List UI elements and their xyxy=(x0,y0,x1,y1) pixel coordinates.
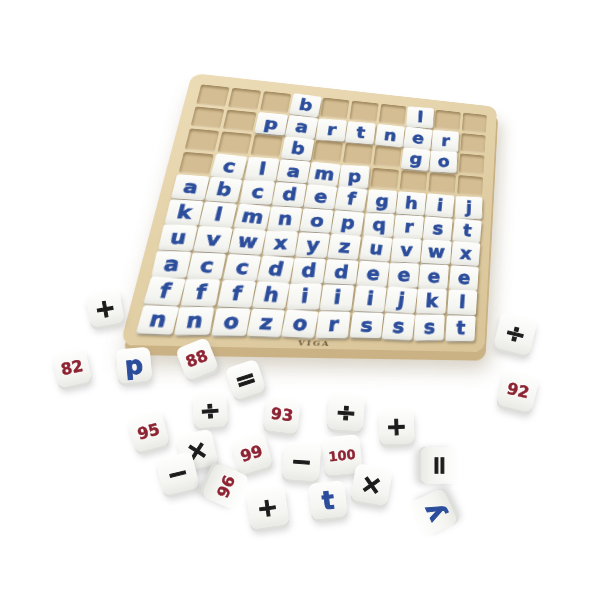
board-cell-r7c3: w xyxy=(230,229,265,253)
board-cell-r5c3: c xyxy=(240,180,274,203)
board-cell-r7c7: u xyxy=(361,237,392,260)
board-tile-p-r6c6[interactable]: p xyxy=(331,210,365,236)
board-cell-r1c5 xyxy=(320,98,350,119)
board-cell-r8c1: a xyxy=(152,251,191,276)
board-cell-r4c4: a xyxy=(278,160,310,183)
board-cell-r6c2: l xyxy=(201,202,237,226)
board-tile-t-r2c6[interactable]: t xyxy=(346,121,377,144)
board-cell-r10c9: s xyxy=(415,315,445,339)
board-tile-n-r6c4[interactable]: n xyxy=(267,206,302,231)
board-cell-r8c7: e xyxy=(357,261,388,285)
board-tile-v-r7c8[interactable]: v xyxy=(391,238,422,262)
board-tile-f-r9c2[interactable]: f xyxy=(181,279,221,306)
board-tile-c-r8c2[interactable]: c xyxy=(187,252,226,279)
board-cell-r7c9: w xyxy=(422,240,451,263)
board-tile-p-r4c6[interactable]: p xyxy=(339,164,370,187)
board-cell-r4c6: p xyxy=(340,165,370,187)
board-tile-e-r8c8[interactable]: e xyxy=(388,262,419,286)
board-cell-r8c10: e xyxy=(450,266,478,289)
board-tile-w-r7c3[interactable]: w xyxy=(228,228,266,255)
board-tile-t-r6c10[interactable]: t xyxy=(452,218,482,243)
board-cell-r10c7: s xyxy=(350,313,382,338)
board-tile-e-r2c8[interactable]: e xyxy=(403,126,433,150)
letter-board: blpartnerbgoclampabcdefghijklmnopqrstuvw… xyxy=(120,73,497,352)
board-cell-r10c5: o xyxy=(283,310,318,335)
board-tile-o-r6c5[interactable]: o xyxy=(300,208,334,233)
board-cell-r10c1: n xyxy=(138,306,178,332)
loose-tile-number-93[interactable]: 93 xyxy=(263,396,301,434)
board-grid: blpartnerbgoclampabcdefghijklmnopqrstuvw… xyxy=(138,84,487,339)
board-cell-r2c6: t xyxy=(347,121,376,143)
board-tile-p-r2c3[interactable]: p xyxy=(254,112,288,136)
board-cell-r6c4: n xyxy=(268,206,301,230)
board-cell-r8c9: e xyxy=(420,264,449,287)
board-tile-s-r6c9[interactable]: s xyxy=(423,216,453,240)
board-cell-r6c5: o xyxy=(301,209,333,232)
board-tile-h-r9c4[interactable]: h xyxy=(252,281,290,309)
board-cell-r1c7 xyxy=(379,104,407,125)
board-cell-r2c8: e xyxy=(405,127,432,148)
board-cell-r9c4: h xyxy=(253,282,288,307)
board-cell-r1c8: l xyxy=(407,107,434,128)
board-tile-s-r10c7[interactable]: s xyxy=(349,312,384,339)
board-tile-n-r2c7[interactable]: n xyxy=(375,123,405,146)
board-cell-r8c8: e xyxy=(389,263,419,286)
board-cell-r7c6: z xyxy=(329,235,361,259)
board-cell-r2c2 xyxy=(223,109,256,131)
board-cell-r10c3: o xyxy=(212,308,249,334)
board-tile-b-r1c4[interactable]: b xyxy=(289,93,322,117)
board-cell-r3c10 xyxy=(459,153,485,174)
board-tile-n-r10c2[interactable]: n xyxy=(175,306,216,333)
board-tile-d-r5c4[interactable]: d xyxy=(272,182,307,207)
board-cell-r8c6: d xyxy=(325,260,357,284)
board-cell-r5c6: f xyxy=(336,187,367,210)
board-cell-r6c10: t xyxy=(453,219,480,241)
board-cell-r3c9: o xyxy=(431,151,458,172)
loose-tile-operator-×[interactable]: × xyxy=(350,463,393,506)
board-cell-r3c3 xyxy=(250,134,283,157)
board-tile-u-r7c1[interactable]: u xyxy=(158,224,198,250)
board-tile-y-r7c5[interactable]: y xyxy=(296,232,331,257)
board-tile-i-r9c5[interactable]: i xyxy=(287,283,323,309)
board-tile-f-r9c3[interactable]: f xyxy=(217,280,256,307)
board-cell-r10c4: z xyxy=(248,309,284,334)
board-tile-u-r7c7[interactable]: u xyxy=(359,235,392,261)
board-tile-j-r5c10[interactable]: j xyxy=(455,196,483,219)
board-cell-r3c4: b xyxy=(282,137,314,159)
board-cell-r1c2 xyxy=(228,88,261,110)
board-tile-d-r8c5[interactable]: d xyxy=(291,257,326,282)
board-tile-e-r8c7[interactable]: e xyxy=(356,260,390,286)
board-tile-m-r4c5[interactable]: m xyxy=(308,161,342,186)
board-cell-r7c8: v xyxy=(392,239,422,262)
board-cell-r9c2: f xyxy=(182,279,220,305)
board-cell-r5c1: a xyxy=(172,175,208,199)
loose-tile-operator-+[interactable]: + xyxy=(378,408,414,444)
board-cell-r1c4: b xyxy=(290,94,321,116)
board-cell-r10c2: n xyxy=(176,307,215,333)
board-cell-r2c1 xyxy=(191,106,225,129)
board-tile-d-r8c6[interactable]: d xyxy=(324,259,358,285)
loose-tile-number-95[interactable]: 95 xyxy=(127,410,170,453)
board-cell-r2c7: n xyxy=(376,124,404,145)
board-tile-b-r3c4[interactable]: b xyxy=(281,136,315,160)
loose-tile-operator-−[interactable]: − xyxy=(282,442,321,481)
board-cell-r9c9: k xyxy=(417,289,447,313)
board-tile-i-r9c7[interactable]: i xyxy=(353,285,387,311)
board-cell-r9c6: i xyxy=(321,285,354,309)
board-tile-e-r8c10[interactable]: e xyxy=(449,265,479,290)
board-cell-r1c9 xyxy=(435,110,461,131)
board-cell-r5c4: d xyxy=(273,183,306,206)
board-tile-f-r9c1[interactable]: f xyxy=(143,276,186,305)
board-tile-w-r7c9[interactable]: w xyxy=(421,239,452,264)
board-tile-e-r5c5[interactable]: e xyxy=(304,184,338,209)
board-cell-r2c4: a xyxy=(286,115,317,137)
board-tile-j-r9c8[interactable]: j xyxy=(385,286,418,313)
board-tile-f-r5c6[interactable]: f xyxy=(335,186,368,211)
board-cell-r9c8: j xyxy=(386,288,417,312)
board-cell-r10c6: r xyxy=(317,311,350,336)
board-cell-r6c9: s xyxy=(424,217,452,239)
brand-logo: VIGA xyxy=(297,337,331,348)
board-cell-r3c8: g xyxy=(402,148,430,169)
loose-tile-operator-=[interactable]: = xyxy=(421,447,458,484)
board-cell-r4c1 xyxy=(179,151,215,174)
board-tile-r-r2c9[interactable]: r xyxy=(432,129,460,151)
board-cell-r4c2: c xyxy=(212,154,246,177)
board-tile-r-r2c5[interactable]: r xyxy=(316,118,347,141)
board-cell-r7c10: x xyxy=(452,242,480,265)
board-tile-s-r10c8[interactable]: s xyxy=(382,312,416,339)
board-cell-r5c7: g xyxy=(367,190,397,212)
board-tile-h-r5c8[interactable]: h xyxy=(396,191,427,215)
board-cell-r5c10: j xyxy=(455,196,482,218)
board-cell-r1c10 xyxy=(462,113,487,133)
board-tile-s-r10c9[interactable]: s xyxy=(414,314,445,339)
board-cell-r6c6: p xyxy=(333,211,364,234)
board-tile-l-r4c3[interactable]: l xyxy=(244,156,279,180)
board-tile-g-r3c8[interactable]: g xyxy=(401,147,431,171)
board-tile-g-r5c7[interactable]: g xyxy=(366,189,397,213)
loose-tile-operator-÷[interactable]: ÷ xyxy=(192,392,228,428)
board-tile-i-r9c6[interactable]: i xyxy=(320,284,355,310)
board-cell-r6c7: q xyxy=(364,213,394,236)
board-tile-t-r10c10[interactable]: t xyxy=(445,315,476,340)
board-cell-r8c3: c xyxy=(224,255,260,280)
board-tile-c-r5c3[interactable]: c xyxy=(239,180,274,204)
loose-tile-number-82[interactable]: 82 xyxy=(52,348,92,388)
board-cell-r1c1 xyxy=(196,84,230,106)
board-cell-r1c6 xyxy=(350,101,379,122)
board-cell-r3c7 xyxy=(373,146,402,168)
board-cell-r2c5: r xyxy=(317,119,347,141)
loose-tile-letter-p[interactable]: p xyxy=(116,347,153,384)
board-cell-r7c5: y xyxy=(297,233,330,257)
loose-tile-operator-=[interactable]: = xyxy=(225,359,267,401)
board-cell-r9c1: f xyxy=(145,278,184,304)
board-cell-r10c8: s xyxy=(383,314,414,338)
board-cell-r2c9: r xyxy=(433,130,459,151)
board-tile-m-r6c3[interactable]: m xyxy=(233,203,271,230)
board-tile-z-r10c4[interactable]: z xyxy=(247,308,286,336)
board-tile-x-r7c4[interactable]: x xyxy=(263,230,299,255)
board-tile-c-r8c3[interactable]: c xyxy=(223,253,262,280)
board-cell-r6c1: k xyxy=(166,200,203,224)
loose-tile-number-92[interactable]: 92 xyxy=(496,369,540,413)
board-cell-r3c6 xyxy=(343,143,373,165)
board-tile-a-r8c1[interactable]: a xyxy=(151,250,191,276)
board-cell-r5c8: h xyxy=(397,192,426,214)
board-cell-r5c2: b xyxy=(207,178,242,202)
board-cell-r7c1: u xyxy=(159,225,197,250)
board-cell-r4c10 xyxy=(457,175,483,196)
board-tile-a-r2c4[interactable]: a xyxy=(285,114,319,138)
board-cell-r9c7: i xyxy=(354,286,386,310)
board-cell-r4c9 xyxy=(429,172,456,194)
board-tile-i-r5c9[interactable]: i xyxy=(425,193,455,217)
board-tile-n-r10c1[interactable]: n xyxy=(136,304,180,333)
board-tile-o-r10c3[interactable]: o xyxy=(211,307,251,335)
board-tile-r-r10c6[interactable]: r xyxy=(316,311,351,337)
board-tile-k-r9c9[interactable]: k xyxy=(417,288,448,313)
board-tile-z-r7c6[interactable]: z xyxy=(328,234,362,260)
board-cell-r9c10: l xyxy=(448,290,476,313)
board-tile-v-r7c2[interactable]: v xyxy=(194,226,233,253)
board-cell-r7c4: x xyxy=(264,231,298,255)
board-cell-r6c8: r xyxy=(394,215,423,238)
board-tile-o-r10c5[interactable]: o xyxy=(281,309,319,337)
loose-tile-operator-+[interactable]: + xyxy=(85,288,124,327)
board-tile-k-r6c1[interactable]: k xyxy=(165,199,204,225)
board-cell-r4c8 xyxy=(400,170,428,192)
board-cell-r9c3: f xyxy=(218,281,255,306)
board-tile-q-r6c7[interactable]: q xyxy=(363,212,394,236)
board-cell-r1c3 xyxy=(260,91,292,113)
board-tile-r-r6c8[interactable]: r xyxy=(394,214,425,238)
board-cell-r4c5: m xyxy=(309,162,340,184)
board-cell-r2c10 xyxy=(460,133,486,154)
loose-tile-number-99[interactable]: 99 xyxy=(230,432,274,476)
board-cell-r8c2: c xyxy=(189,253,226,278)
board-cell-r5c5: e xyxy=(305,185,337,208)
loose-tile-letter-t[interactable]: t xyxy=(308,480,348,520)
product-photo-scene: blpartnerbgoclampabcdefghijklmnopqrstuvw… xyxy=(0,0,600,600)
board-cell-r4c7 xyxy=(370,167,399,189)
loose-tile-letter-y[interactable]: y xyxy=(408,488,458,538)
board-tile-x-r7c10[interactable]: x xyxy=(450,241,480,266)
board-cell-r5c9: i xyxy=(426,194,454,216)
board-cell-r7c2: v xyxy=(195,227,231,252)
board-cell-r2c3: p xyxy=(255,112,287,134)
board-cell-r9c5: i xyxy=(288,284,322,309)
board-cell-r8c4: d xyxy=(259,256,294,281)
board-tile-c-r4c2[interactable]: c xyxy=(211,153,249,179)
board-tile-l-r6c2[interactable]: l xyxy=(199,201,237,227)
board-tile-b-r5c2[interactable]: b xyxy=(205,176,243,202)
board-tile-e-r8c9[interactable]: e xyxy=(419,264,450,289)
board-cell-r3c1 xyxy=(185,128,220,151)
board-tile-l-r9c10[interactable]: l xyxy=(447,289,477,314)
board-cell-r4c3: l xyxy=(245,157,278,180)
loose-tile-operator-÷[interactable]: ÷ xyxy=(327,393,365,431)
board-tile-a-r5c1[interactable]: a xyxy=(171,174,210,200)
board-tile-o-r3c9[interactable]: o xyxy=(430,150,458,172)
loose-tile-operator-+[interactable]: + xyxy=(245,485,289,529)
board-tile-l-r1c8[interactable]: l xyxy=(406,106,434,128)
board-tile-d-r8c4[interactable]: d xyxy=(257,255,295,283)
board-cell-r6c3: m xyxy=(235,204,269,228)
board-cell-r3c5 xyxy=(313,140,344,162)
board-cell-r10c10: t xyxy=(446,316,475,340)
board-cell-r3c2 xyxy=(218,131,252,154)
board-tile-a-r4c4[interactable]: a xyxy=(276,159,310,184)
loose-tile-operator-÷[interactable]: ÷ xyxy=(493,311,538,356)
board-cell-r8c5: d xyxy=(292,258,325,282)
